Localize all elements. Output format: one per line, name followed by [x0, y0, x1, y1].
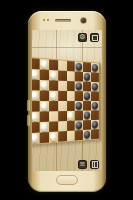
view-toggle-button[interactable] — [90, 33, 99, 42]
cell-r2c6[interactable] — [75, 71, 83, 81]
white-piece[interactable] — [32, 133, 39, 142]
white-piece[interactable] — [67, 111, 74, 119]
gear-icon: ⚙ — [79, 34, 85, 41]
front-camera — [81, 18, 86, 23]
cell-r2c2[interactable] — [40, 69, 49, 80]
white-piece[interactable] — [32, 69, 39, 78]
cell-r4c1[interactable] — [32, 90, 40, 101]
earpiece-speaker — [55, 19, 71, 22]
cell-r2c1[interactable] — [32, 68, 40, 79]
cell-r7c4[interactable] — [58, 121, 67, 132]
cell-r7c7[interactable] — [83, 120, 91, 130]
cell-r3c6[interactable] — [75, 81, 83, 91]
board-view-button[interactable] — [90, 160, 99, 169]
cell-r1c5[interactable] — [67, 60, 75, 70]
cell-r5c2[interactable] — [40, 101, 49, 112]
black-piece[interactable] — [92, 120, 98, 128]
cell-r5c8[interactable] — [91, 101, 99, 111]
cell-r6c6[interactable] — [75, 110, 83, 120]
horizontal-lines-icon: ≡ — [80, 161, 86, 168]
cell-r1c8[interactable] — [91, 62, 99, 72]
white-piece[interactable] — [32, 112, 39, 121]
black-piece[interactable] — [92, 101, 98, 109]
cell-r7c2[interactable] — [40, 121, 49, 132]
cell-r4c6[interactable] — [75, 91, 83, 101]
home-button[interactable] — [56, 175, 78, 185]
app-screen: ⚙ ≡ — [32, 30, 102, 171]
black-piece[interactable] — [76, 101, 83, 109]
white-piece[interactable] — [40, 122, 48, 131]
cell-r8c3[interactable] — [49, 131, 58, 142]
black-piece[interactable] — [76, 62, 83, 70]
cell-r5c4[interactable] — [58, 101, 67, 111]
cell-r8c8[interactable] — [91, 129, 99, 139]
cell-r3c8[interactable] — [91, 81, 99, 91]
cell-r1c3[interactable] — [49, 59, 58, 70]
cell-r2c7[interactable] — [83, 71, 91, 81]
volume-up-button[interactable] — [27, 100, 30, 111]
cell-r3c7[interactable] — [83, 81, 91, 91]
cell-r7c8[interactable] — [91, 119, 99, 129]
cell-r4c5[interactable] — [67, 90, 75, 100]
cell-r4c8[interactable] — [91, 91, 99, 101]
volume-down-button[interactable] — [27, 115, 30, 126]
cell-r7c6[interactable] — [75, 120, 83, 130]
proximity-sensor — [43, 19, 45, 21]
cell-r5c6[interactable] — [75, 101, 83, 111]
cell-r6c7[interactable] — [83, 110, 91, 120]
square-outline-icon — [92, 35, 98, 41]
cell-r5c1[interactable] — [32, 101, 40, 112]
cell-r6c4[interactable] — [58, 111, 67, 121]
wood-seam — [32, 47, 102, 48]
black-piece[interactable] — [92, 82, 98, 90]
black-piece[interactable] — [84, 111, 90, 119]
cell-r6c8[interactable] — [91, 110, 99, 120]
cell-r2c3[interactable] — [49, 69, 58, 80]
black-piece[interactable] — [76, 121, 83, 129]
cell-r1c1[interactable] — [32, 58, 40, 69]
cell-r1c6[interactable] — [75, 61, 83, 71]
cell-r2c4[interactable] — [58, 70, 67, 81]
settings-button[interactable]: ⚙ — [78, 33, 87, 42]
white-piece[interactable] — [50, 70, 57, 79]
white-piece[interactable] — [32, 91, 39, 100]
cell-r8c2[interactable] — [40, 132, 49, 143]
cell-r3c2[interactable] — [40, 79, 49, 90]
white-piece[interactable] — [50, 132, 57, 141]
cell-r8c4[interactable] — [58, 131, 67, 142]
checkers-board[interactable] — [32, 56, 100, 144]
cell-r4c4[interactable] — [58, 90, 67, 100]
small-board-icon — [92, 161, 98, 168]
cell-r3c3[interactable] — [49, 80, 58, 91]
black-piece[interactable] — [92, 63, 98, 71]
cell-r6c3[interactable] — [49, 111, 58, 122]
cell-r8c1[interactable] — [32, 132, 40, 143]
cell-r3c5[interactable] — [67, 80, 75, 90]
cell-r1c4[interactable] — [58, 60, 67, 71]
black-piece[interactable] — [84, 72, 90, 80]
cell-r7c5[interactable] — [67, 120, 75, 130]
cell-r6c5[interactable] — [67, 110, 75, 120]
cell-r8c5[interactable] — [67, 130, 75, 140]
cell-r8c6[interactable] — [75, 130, 83, 140]
cell-r6c1[interactable] — [32, 111, 40, 122]
cell-r3c4[interactable] — [58, 80, 67, 90]
cell-r1c2[interactable] — [40, 58, 49, 69]
cell-r4c3[interactable] — [49, 90, 58, 100]
cell-r5c7[interactable] — [83, 101, 91, 111]
black-piece[interactable] — [76, 82, 83, 90]
light-sensor — [47, 19, 49, 21]
cell-r4c2[interactable] — [40, 90, 49, 101]
cell-r4c7[interactable] — [83, 91, 91, 101]
cell-r6c2[interactable] — [40, 111, 49, 122]
cell-r3c1[interactable] — [32, 79, 40, 90]
cell-r2c8[interactable] — [91, 72, 99, 82]
white-piece[interactable] — [50, 91, 57, 99]
white-piece[interactable] — [40, 101, 48, 110]
cell-r5c5[interactable] — [67, 101, 75, 111]
cell-r5c3[interactable] — [49, 101, 58, 111]
moves-list-button[interactable]: ≡ — [78, 160, 87, 169]
board-perspective-wrap — [32, 56, 100, 144]
cell-r7c1[interactable] — [32, 122, 40, 133]
cell-r2c5[interactable] — [67, 70, 75, 80]
black-piece[interactable] — [84, 92, 90, 100]
cell-r7c3[interactable] — [49, 121, 58, 132]
black-piece[interactable] — [84, 130, 90, 138]
phone-frame: ⚙ ≡ — [28, 11, 106, 192]
cell-r1c7[interactable] — [83, 62, 91, 72]
cell-r8c7[interactable] — [83, 129, 91, 139]
white-piece[interactable] — [40, 59, 48, 68]
white-piece[interactable] — [40, 80, 48, 89]
